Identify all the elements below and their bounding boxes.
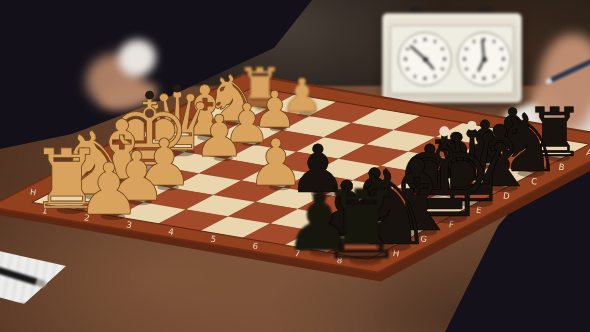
white-finial-icon [145,91,154,100]
piece-wP-h2[interactable]: ♟ [77,148,141,231]
svg-text:♟: ♟ [77,148,141,231]
black-finial-icon [439,126,449,136]
svg-text:♜: ♜ [319,170,404,280]
coord-label-right-A: A [586,147,590,158]
svg-text:♟: ♟ [194,103,246,170]
scene: AABBCCDDEEFFGGHH12345678♜♟♞♟♝♟♟♛♜♟♟♚♞♟♝♝… [0,0,590,332]
piece-bR-h8[interactable]: ♜ [319,170,404,280]
piece-wP-d2[interactable]: ♟ [194,103,246,170]
chess-board: AABBCCDDEEFFGGHH12345678♜♟♞♟♝♟♟♛♜♟♟♚♞♟♝♝… [0,0,590,332]
